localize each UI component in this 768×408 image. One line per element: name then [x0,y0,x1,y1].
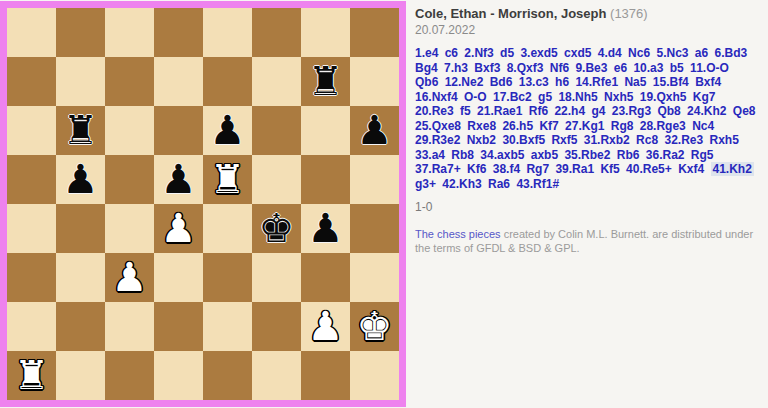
piece-white-rook: ♜ [210,155,246,204]
square-a5 [7,155,56,204]
square-b6: ♜ [56,106,105,155]
square-e1 [203,351,252,400]
piece-black-rook: ♜ [308,57,344,106]
square-f4: ♚ [252,204,301,253]
square-h5 [350,155,399,204]
square-c2 [105,302,154,351]
square-b5: ♟ [56,155,105,204]
square-c3: ♟ [105,253,154,302]
game-info-panel: Cole, Ethan - Morrison, Joseph (1376) 20… [406,0,768,408]
current-move-highlight[interactable]: 41.Kh2 [711,162,754,176]
game-result: 1-0 [415,200,758,214]
square-b7 [56,57,105,106]
square-f5 [252,155,301,204]
moves-after-highlight[interactable]: g3+ 42.Kh3 Ra6 43.Rf1# [415,177,559,191]
square-e6: ♟ [203,106,252,155]
square-a8 [7,8,56,57]
square-g8 [301,8,350,57]
square-h3 [350,253,399,302]
square-f3 [252,253,301,302]
piece-white-rook: ♜ [14,351,50,400]
square-b2 [56,302,105,351]
piece-white-pawn: ♟ [112,253,148,302]
white-player-name: Cole, Ethan [415,6,487,21]
piece-white-pawn: ♟ [308,302,344,351]
square-g2: ♟ [301,302,350,351]
black-player-name: Morrison, Joseph [498,6,606,21]
square-d8 [154,8,203,57]
piece-white-king: ♚ [357,302,393,351]
square-b1 [56,351,105,400]
square-a7 [7,57,56,106]
square-a3 [7,253,56,302]
player-rating: (1376) [606,6,647,21]
square-g6 [301,106,350,155]
square-d1 [154,351,203,400]
square-d7 [154,57,203,106]
chess-board: ♜♜♟♟♟♟♜♟♚♟♟♟♚♜ [7,8,399,400]
square-a4 [7,204,56,253]
square-e8 [203,8,252,57]
square-h2: ♚ [350,302,399,351]
piece-black-pawn: ♟ [357,106,393,155]
square-e7 [203,57,252,106]
square-b8 [56,8,105,57]
square-h1 [350,351,399,400]
square-a2 [7,302,56,351]
square-d2 [154,302,203,351]
square-c4 [105,204,154,253]
moves-before-highlight[interactable]: 1.e4 c6 2.Nf3 d5 3.exd5 cxd5 4.d4 Nc6 5.… [415,46,756,176]
square-c7 [105,57,154,106]
square-c1 [105,351,154,400]
chess-pieces-license-link[interactable]: The chess pieces [415,228,501,240]
license-note: The chess pieces created by Colin M.L. B… [415,227,758,255]
chess-board-frame: ♜♜♟♟♟♟♜♟♚♟♟♟♚♜ [0,1,406,407]
square-g3 [301,253,350,302]
square-f7 [252,57,301,106]
piece-black-pawn: ♟ [210,106,246,155]
piece-black-pawn: ♟ [63,155,99,204]
square-g5 [301,155,350,204]
square-h4 [350,204,399,253]
players-separator: - [487,6,499,21]
square-f6 [252,106,301,155]
square-e3 [203,253,252,302]
square-g4: ♟ [301,204,350,253]
square-b4 [56,204,105,253]
square-h6: ♟ [350,106,399,155]
square-d5: ♟ [154,155,203,204]
square-c5 [105,155,154,204]
square-a6 [7,106,56,155]
square-h8 [350,8,399,57]
square-b3 [56,253,105,302]
square-c8 [105,8,154,57]
square-d4: ♟ [154,204,203,253]
square-f2 [252,302,301,351]
square-a1: ♜ [7,351,56,400]
square-f8 [252,8,301,57]
square-h7 [350,57,399,106]
square-e2 [203,302,252,351]
piece-black-pawn: ♟ [161,155,197,204]
square-c6 [105,106,154,155]
move-list[interactable]: 1.e4 c6 2.Nf3 d5 3.exd5 cxd5 4.d4 Nc6 5.… [415,46,758,191]
square-g1 [301,351,350,400]
square-e4 [203,204,252,253]
piece-black-pawn: ♟ [308,204,344,253]
square-g7: ♜ [301,57,350,106]
piece-white-pawn: ♟ [161,204,197,253]
square-e5: ♜ [203,155,252,204]
game-date: 20.07.2022 [415,23,758,37]
square-f1 [252,351,301,400]
square-d3 [154,253,203,302]
piece-black-rook: ♜ [63,106,99,155]
piece-black-king: ♚ [259,204,295,253]
players-header: Cole, Ethan - Morrison, Joseph (1376) [415,5,758,22]
square-d6 [154,106,203,155]
